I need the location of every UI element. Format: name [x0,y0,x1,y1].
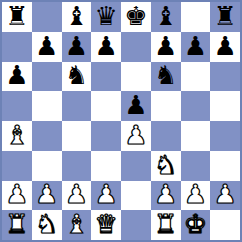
square-h3[interactable] [210,151,240,181]
square-c5[interactable] [62,91,92,121]
square-h5[interactable] [210,91,240,121]
square-f8[interactable]: ♝ [151,2,181,32]
piece-white-pawn-h2: ♟ [213,181,236,207]
piece-white-bishop-c1: ♝ [65,211,88,237]
square-h4[interactable] [210,121,240,151]
square-c8[interactable]: ♝ [62,2,92,32]
piece-white-rook-f1: ♜ [154,211,177,237]
piece-white-pawn-e4: ♟ [124,122,147,148]
chess-board: ♜♝♛♚♝♜♟♟♟♟♟♟♟♞♞♟♝♟♞♟♟♟♟♟♟♟♜♞♝♛♜♚ [0,0,242,242]
square-h1[interactable] [210,210,240,240]
square-d3[interactable] [91,151,121,181]
square-e5[interactable]: ♟ [121,91,151,121]
square-g4[interactable] [181,121,211,151]
square-d4[interactable] [91,121,121,151]
square-e4[interactable]: ♟ [121,121,151,151]
square-a2[interactable]: ♟ [2,181,32,211]
square-g5[interactable] [181,91,211,121]
square-a5[interactable] [2,91,32,121]
square-d5[interactable] [91,91,121,121]
piece-black-pawn-e5: ♟ [124,92,147,118]
square-c3[interactable] [62,151,92,181]
piece-black-bishop-c8: ♝ [65,3,88,29]
piece-white-pawn-g2: ♟ [184,181,207,207]
square-b3[interactable] [32,151,62,181]
square-g6[interactable] [181,62,211,92]
square-b4[interactable] [32,121,62,151]
square-b5[interactable] [32,91,62,121]
square-f3[interactable]: ♞ [151,151,181,181]
piece-black-bishop-f8: ♝ [154,3,177,29]
piece-black-pawn-a6: ♟ [5,62,28,88]
piece-black-pawn-b7: ♟ [35,33,58,59]
piece-black-queen-d8: ♛ [94,3,117,29]
piece-white-rook-a1: ♜ [5,211,28,237]
square-g1[interactable]: ♚ [181,210,211,240]
square-b8[interactable] [32,2,62,32]
square-c1[interactable]: ♝ [62,210,92,240]
square-f7[interactable]: ♟ [151,32,181,62]
square-c7[interactable]: ♟ [62,32,92,62]
square-e3[interactable] [121,151,151,181]
piece-white-knight-f3: ♞ [154,152,177,178]
square-b6[interactable] [32,62,62,92]
piece-white-pawn-c2: ♟ [65,181,88,207]
square-f2[interactable]: ♟ [151,181,181,211]
square-c2[interactable]: ♟ [62,181,92,211]
square-h8[interactable]: ♜ [210,2,240,32]
piece-black-knight-f6: ♞ [154,62,177,88]
square-h6[interactable] [210,62,240,92]
square-f4[interactable] [151,121,181,151]
piece-white-bishop-a4: ♝ [5,122,28,148]
piece-white-pawn-f2: ♟ [154,181,177,207]
square-c6[interactable]: ♞ [62,62,92,92]
piece-black-pawn-c7: ♟ [65,33,88,59]
square-e8[interactable]: ♚ [121,2,151,32]
square-g3[interactable] [181,151,211,181]
piece-black-rook-h8: ♜ [213,3,236,29]
square-a1[interactable]: ♜ [2,210,32,240]
square-h7[interactable]: ♟ [210,32,240,62]
square-e6[interactable] [121,62,151,92]
piece-black-king-e8: ♚ [124,3,147,29]
square-d1[interactable]: ♛ [91,210,121,240]
piece-black-rook-a8: ♜ [5,3,28,29]
square-a8[interactable]: ♜ [2,2,32,32]
piece-black-pawn-f7: ♟ [154,33,177,59]
square-b7[interactable]: ♟ [32,32,62,62]
piece-white-pawn-a2: ♟ [5,181,28,207]
square-e2[interactable] [121,181,151,211]
piece-black-knight-c6: ♞ [65,62,88,88]
square-e1[interactable] [121,210,151,240]
square-f5[interactable] [151,91,181,121]
square-a7[interactable] [2,32,32,62]
square-h2[interactable]: ♟ [210,181,240,211]
square-a6[interactable]: ♟ [2,62,32,92]
piece-black-pawn-h7: ♟ [213,33,236,59]
square-g7[interactable]: ♟ [181,32,211,62]
piece-white-king-g1: ♚ [184,211,207,237]
square-f1[interactable]: ♜ [151,210,181,240]
square-d6[interactable] [91,62,121,92]
square-g8[interactable] [181,2,211,32]
square-f6[interactable]: ♞ [151,62,181,92]
square-b1[interactable]: ♞ [32,210,62,240]
square-e7[interactable] [121,32,151,62]
square-d8[interactable]: ♛ [91,2,121,32]
piece-white-knight-b1: ♞ [35,211,58,237]
square-d2[interactable]: ♟ [91,181,121,211]
square-c4[interactable] [62,121,92,151]
square-a4[interactable]: ♝ [2,121,32,151]
piece-white-pawn-b2: ♟ [35,181,58,207]
piece-white-pawn-d2: ♟ [94,181,117,207]
square-b2[interactable]: ♟ [32,181,62,211]
piece-black-pawn-g7: ♟ [184,33,207,59]
square-g2[interactable]: ♟ [181,181,211,211]
square-d7[interactable]: ♟ [91,32,121,62]
piece-white-queen-d1: ♛ [94,211,117,237]
piece-black-pawn-d7: ♟ [94,33,117,59]
square-a3[interactable] [2,151,32,181]
